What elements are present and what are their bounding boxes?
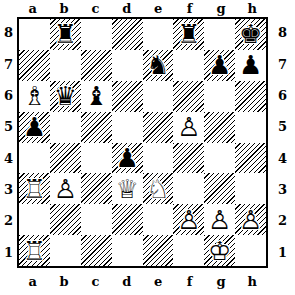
piece-glyph: ♔ — [204, 235, 235, 266]
file-label-f: f — [174, 268, 205, 294]
rank-label-2: 2 — [270, 205, 295, 236]
piece-glyph: ♟ — [204, 50, 235, 81]
square-a8[interactable] — [19, 19, 50, 50]
square-f1[interactable] — [173, 235, 204, 266]
piece-white-king: ♚♔ — [204, 235, 235, 266]
piece-black-rook: ♜♜ — [50, 19, 81, 50]
piece-black-pawn: ♟♟ — [19, 112, 50, 143]
piece-white-queen: ♛♕ — [112, 173, 143, 204]
rank-labels-left: 87654321 — [0, 17, 17, 268]
square-b7[interactable] — [50, 50, 81, 81]
square-f4[interactable] — [173, 143, 204, 174]
rank-label-8: 8 — [270, 17, 295, 48]
square-d7[interactable] — [112, 50, 143, 81]
square-b1[interactable] — [50, 235, 81, 266]
piece-glyph: ♜ — [50, 19, 81, 50]
piece-glyph: ♟ — [235, 50, 266, 81]
piece-black-bishop: ♝♝ — [81, 81, 112, 112]
square-c7[interactable] — [81, 50, 112, 81]
square-g2[interactable]: ♟♙ — [204, 204, 235, 235]
square-f6[interactable] — [173, 81, 204, 112]
chess-diagram: abcdefgh 87654321 87654321 abcdefgh ♜♜♜♜… — [0, 0, 295, 295]
square-h3[interactable] — [235, 173, 266, 204]
square-b5[interactable] — [50, 112, 81, 143]
square-a4[interactable] — [19, 143, 50, 174]
piece-black-rook: ♜♜ — [173, 19, 204, 50]
square-d4[interactable]: ♟♟ — [112, 143, 143, 174]
piece-glyph: ♝ — [81, 81, 112, 112]
file-label-c: c — [80, 268, 111, 294]
square-b3[interactable]: ♟♙ — [50, 173, 81, 204]
square-h6[interactable] — [235, 81, 266, 112]
piece-glyph: ♛ — [50, 81, 81, 112]
file-label-a: a — [17, 268, 48, 294]
square-g6[interactable] — [204, 81, 235, 112]
file-label-b: b — [48, 0, 79, 17]
file-labels-bottom: abcdefgh — [17, 268, 268, 294]
piece-glyph: ♟ — [19, 112, 50, 143]
square-c5[interactable] — [81, 112, 112, 143]
rank-label-2: 2 — [0, 205, 17, 236]
piece-white-pawn: ♟♙ — [235, 204, 266, 235]
rank-label-5: 5 — [270, 111, 295, 142]
rank-label-6: 6 — [270, 80, 295, 111]
square-e5[interactable] — [143, 112, 174, 143]
square-d5[interactable] — [112, 112, 143, 143]
piece-glyph: ♜ — [173, 19, 204, 50]
square-e1[interactable] — [143, 235, 174, 266]
rank-label-4: 4 — [0, 143, 17, 174]
piece-black-pawn: ♟♟ — [235, 50, 266, 81]
square-g4[interactable] — [204, 143, 235, 174]
piece-white-rook: ♜♖ — [19, 235, 50, 266]
square-d1[interactable] — [112, 235, 143, 266]
square-f5[interactable]: ♟♙ — [173, 112, 204, 143]
piece-glyph: ♘ — [143, 173, 174, 204]
square-c2[interactable] — [81, 204, 112, 235]
rank-label-5: 5 — [0, 111, 17, 142]
square-g1[interactable]: ♚♔ — [204, 235, 235, 266]
file-label-b: b — [48, 268, 79, 294]
square-c6[interactable]: ♝♝ — [81, 81, 112, 112]
square-c1[interactable] — [81, 235, 112, 266]
piece-white-bishop: ♝♗ — [19, 81, 50, 112]
square-d6[interactable] — [112, 81, 143, 112]
piece-glyph: ♖ — [19, 235, 50, 266]
square-a1[interactable]: ♜♖ — [19, 235, 50, 266]
square-h7[interactable]: ♟♟ — [235, 50, 266, 81]
piece-black-king: ♚♚ — [235, 19, 266, 50]
rank-label-3: 3 — [0, 174, 17, 205]
square-d3[interactable]: ♛♕ — [112, 173, 143, 204]
piece-glyph: ♟ — [112, 143, 143, 174]
file-label-h: h — [237, 268, 268, 294]
square-f3[interactable] — [173, 173, 204, 204]
file-label-c: c — [80, 0, 111, 17]
square-f8[interactable]: ♜♜ — [173, 19, 204, 50]
piece-white-rook: ♜♖ — [19, 173, 50, 204]
square-a3[interactable]: ♜♖ — [19, 173, 50, 204]
file-label-h: h — [237, 0, 268, 17]
square-a5[interactable]: ♟♟ — [19, 112, 50, 143]
piece-glyph: ♕ — [112, 173, 143, 204]
square-b6[interactable]: ♛♛ — [50, 81, 81, 112]
square-e4[interactable] — [143, 143, 174, 174]
square-h1[interactable] — [235, 235, 266, 266]
piece-glyph: ♚ — [235, 19, 266, 50]
rank-label-7: 7 — [270, 48, 295, 79]
piece-glyph: ♞ — [143, 50, 174, 81]
file-label-d: d — [111, 268, 142, 294]
rank-label-3: 3 — [270, 174, 295, 205]
rank-label-8: 8 — [0, 17, 17, 48]
piece-glyph: ♗ — [19, 81, 50, 112]
file-label-d: d — [111, 0, 142, 17]
rank-labels-right: 87654321 — [270, 17, 295, 268]
square-f2[interactable]: ♟♙ — [173, 204, 204, 235]
file-label-a: a — [17, 0, 48, 17]
square-g7[interactable]: ♟♟ — [204, 50, 235, 81]
square-e8[interactable] — [143, 19, 174, 50]
square-e7[interactable]: ♞♞ — [143, 50, 174, 81]
piece-white-pawn: ♟♙ — [173, 204, 204, 235]
piece-black-pawn: ♟♟ — [204, 50, 235, 81]
square-b2[interactable] — [50, 204, 81, 235]
rank-label-4: 4 — [270, 143, 295, 174]
square-b8[interactable]: ♜♜ — [50, 19, 81, 50]
square-d8[interactable] — [112, 19, 143, 50]
rank-label-1: 1 — [270, 237, 295, 268]
rank-label-7: 7 — [0, 48, 17, 79]
file-label-e: e — [143, 0, 174, 17]
rank-label-1: 1 — [0, 237, 17, 268]
piece-black-knight: ♞♞ — [143, 50, 174, 81]
square-e2[interactable] — [143, 204, 174, 235]
file-labels-top: abcdefgh — [17, 0, 268, 17]
square-g5[interactable] — [204, 112, 235, 143]
piece-white-knight: ♞♘ — [143, 173, 174, 204]
square-h8[interactable]: ♚♚ — [235, 19, 266, 50]
square-a6[interactable]: ♝♗ — [19, 81, 50, 112]
square-e3[interactable]: ♞♘ — [143, 173, 174, 204]
piece-glyph: ♙ — [235, 204, 266, 235]
square-h5[interactable] — [235, 112, 266, 143]
square-g8[interactable] — [204, 19, 235, 50]
square-d2[interactable] — [112, 204, 143, 235]
piece-glyph: ♖ — [19, 173, 50, 204]
piece-glyph: ♙ — [173, 112, 204, 143]
piece-black-queen: ♛♛ — [50, 81, 81, 112]
square-e6[interactable] — [143, 81, 174, 112]
square-f7[interactable] — [173, 50, 204, 81]
square-c3[interactable] — [81, 173, 112, 204]
piece-glyph: ♙ — [50, 173, 81, 204]
square-c4[interactable] — [81, 143, 112, 174]
piece-white-pawn: ♟♙ — [173, 112, 204, 143]
square-h4[interactable] — [235, 143, 266, 174]
file-label-g: g — [205, 268, 236, 294]
piece-glyph: ♙ — [173, 204, 204, 235]
square-a2[interactable] — [19, 204, 50, 235]
piece-black-pawn: ♟♟ — [112, 143, 143, 174]
file-label-f: f — [174, 0, 205, 17]
piece-white-pawn: ♟♙ — [204, 204, 235, 235]
square-c8[interactable] — [81, 19, 112, 50]
square-a7[interactable] — [19, 50, 50, 81]
piece-glyph: ♙ — [204, 204, 235, 235]
file-label-g: g — [205, 0, 236, 17]
board: ♜♜♜♜♚♚♞♞♟♟♟♟♝♗♛♛♝♝♟♟♟♙♟♟♜♖♟♙♛♕♞♘♟♙♟♙♟♙♜♖… — [17, 17, 268, 268]
file-label-e: e — [143, 268, 174, 294]
piece-white-pawn: ♟♙ — [50, 173, 81, 204]
square-g3[interactable] — [204, 173, 235, 204]
rank-label-6: 6 — [0, 80, 17, 111]
square-b4[interactable] — [50, 143, 81, 174]
square-h2[interactable]: ♟♙ — [235, 204, 266, 235]
